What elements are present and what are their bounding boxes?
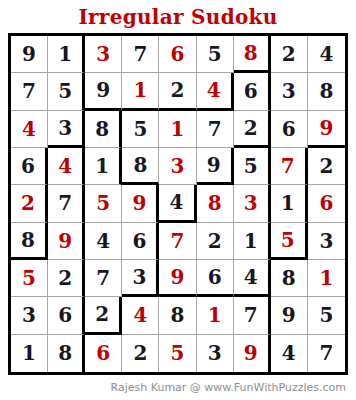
cell-r9c6[interactable]: 3 — [197, 335, 234, 372]
cell-r8c3[interactable]: 2 — [85, 297, 122, 334]
cell-r2c2[interactable]: 5 — [48, 73, 85, 110]
cell-r2c3[interactable]: 9 — [85, 73, 122, 110]
cell-r7c2[interactable]: 2 — [48, 260, 85, 297]
cell-r3c6[interactable]: 7 — [197, 111, 234, 148]
cell-r3c3[interactable]: 8 — [85, 111, 122, 148]
cell-r9c8[interactable]: 4 — [271, 335, 308, 372]
cell-r7c9[interactable]: 1 — [308, 260, 345, 297]
cell-r6c4[interactable]: 6 — [122, 223, 159, 260]
puzzle-page: Irregular Sudoku 91376582475912463843851… — [0, 0, 356, 400]
cell-r7c6[interactable]: 6 — [197, 260, 234, 297]
cell-r5c4[interactable]: 9 — [122, 185, 159, 222]
cell-r3c7[interactable]: 2 — [234, 111, 271, 148]
credit-text: Rajesh Kumar @ www.FunWithPuzzles.com — [111, 381, 346, 394]
cell-r6c3[interactable]: 4 — [85, 223, 122, 260]
cell-r8c5[interactable]: 8 — [159, 297, 196, 334]
cell-r1c9[interactable]: 4 — [308, 36, 345, 73]
cell-r5c7[interactable]: 3 — [234, 185, 271, 222]
sudoku-board: 9137658247591246384385172696418395722759… — [8, 33, 348, 375]
cell-r8c6[interactable]: 1 — [197, 297, 234, 334]
cell-r2c6[interactable]: 4 — [197, 73, 234, 110]
cell-r9c3[interactable]: 6 — [85, 335, 122, 372]
cell-r6c2[interactable]: 9 — [48, 223, 85, 260]
cell-r6c5[interactable]: 7 — [159, 223, 196, 260]
cell-r2c1[interactable]: 7 — [11, 73, 48, 110]
cell-r7c7[interactable]: 4 — [234, 260, 271, 297]
cell-r9c7[interactable]: 9 — [234, 335, 271, 372]
cell-r4c5[interactable]: 3 — [159, 148, 196, 185]
cell-r1c1[interactable]: 9 — [11, 36, 48, 73]
cell-r7c4[interactable]: 3 — [122, 260, 159, 297]
cell-r3c4[interactable]: 5 — [122, 111, 159, 148]
cell-r5c9[interactable]: 6 — [308, 185, 345, 222]
cell-r4c6[interactable]: 9 — [197, 148, 234, 185]
cell-r1c7[interactable]: 8 — [234, 36, 271, 73]
cell-r2c7[interactable]: 6 — [234, 73, 271, 110]
cell-r4c2[interactable]: 4 — [48, 148, 85, 185]
cell-r7c5[interactable]: 9 — [159, 260, 196, 297]
cell-r5c1[interactable]: 2 — [11, 185, 48, 222]
cell-r6c7[interactable]: 1 — [234, 223, 271, 260]
cell-r9c1[interactable]: 1 — [11, 335, 48, 372]
cell-r8c7[interactable]: 7 — [234, 297, 271, 334]
cell-r2c9[interactable]: 8 — [308, 73, 345, 110]
cell-r8c2[interactable]: 6 — [48, 297, 85, 334]
cell-r1c3[interactable]: 3 — [85, 36, 122, 73]
cell-r1c8[interactable]: 2 — [271, 36, 308, 73]
cell-r4c1[interactable]: 6 — [11, 148, 48, 185]
cell-r9c5[interactable]: 5 — [159, 335, 196, 372]
cell-r6c9[interactable]: 3 — [308, 223, 345, 260]
cell-r9c9[interactable]: 7 — [308, 335, 345, 372]
cell-r5c3[interactable]: 5 — [85, 185, 122, 222]
cell-r9c2[interactable]: 8 — [48, 335, 85, 372]
cell-r1c2[interactable]: 1 — [48, 36, 85, 73]
cell-r3c8[interactable]: 6 — [271, 111, 308, 148]
cell-r4c8[interactable]: 7 — [271, 148, 308, 185]
cell-r6c8[interactable]: 5 — [271, 223, 308, 260]
cell-r3c1[interactable]: 4 — [11, 111, 48, 148]
cell-r2c8[interactable]: 3 — [271, 73, 308, 110]
cell-r3c9[interactable]: 9 — [308, 111, 345, 148]
cell-r4c4[interactable]: 8 — [122, 148, 159, 185]
cell-r6c1[interactable]: 8 — [11, 223, 48, 260]
cell-r5c2[interactable]: 7 — [48, 185, 85, 222]
cell-r6c6[interactable]: 2 — [197, 223, 234, 260]
cell-r3c2[interactable]: 3 — [48, 111, 85, 148]
cell-r5c5[interactable]: 4 — [159, 185, 196, 222]
cell-r2c5[interactable]: 2 — [159, 73, 196, 110]
cell-r7c1[interactable]: 5 — [11, 260, 48, 297]
cell-r5c6[interactable]: 8 — [197, 185, 234, 222]
cell-r8c8[interactable]: 9 — [271, 297, 308, 334]
cell-r5c8[interactable]: 1 — [271, 185, 308, 222]
puzzle-title: Irregular Sudoku — [0, 0, 356, 29]
cell-r7c8[interactable]: 8 — [271, 260, 308, 297]
cell-r9c4[interactable]: 2 — [122, 335, 159, 372]
cell-r7c3[interactable]: 7 — [85, 260, 122, 297]
cell-r8c1[interactable]: 3 — [11, 297, 48, 334]
cell-r8c4[interactable]: 4 — [122, 297, 159, 334]
cell-r1c4[interactable]: 7 — [122, 36, 159, 73]
cell-r1c6[interactable]: 5 — [197, 36, 234, 73]
cell-r3c5[interactable]: 1 — [159, 111, 196, 148]
cell-r8c9[interactable]: 5 — [308, 297, 345, 334]
cell-r1c5[interactable]: 6 — [159, 36, 196, 73]
cell-r4c7[interactable]: 5 — [234, 148, 271, 185]
cell-r2c4[interactable]: 1 — [122, 73, 159, 110]
cell-r4c3[interactable]: 1 — [85, 148, 122, 185]
cell-r4c9[interactable]: 2 — [308, 148, 345, 185]
